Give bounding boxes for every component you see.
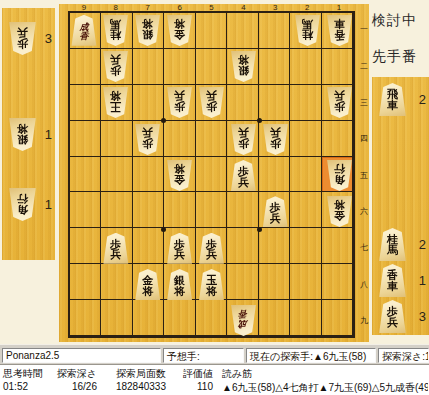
square-6九[interactable] — [164, 300, 195, 336]
status-bar: Ponanza2.5 予想手: 現在の探索手:▲6九玉(58) 探索深さ:16 … — [0, 344, 429, 395]
square-5一[interactable] — [196, 13, 227, 49]
gote-hand-歩兵[interactable]: 歩兵3 — [2, 22, 55, 56]
square-2二[interactable] — [290, 49, 321, 85]
square-2八[interactable] — [290, 264, 321, 300]
rank-label-1: 一 — [358, 24, 370, 35]
square-3九[interactable] — [259, 300, 290, 336]
star-point — [257, 227, 262, 232]
hand-count: 1 — [419, 273, 426, 288]
rank-label-6: 六 — [358, 206, 370, 217]
shogi-board: 987654321一二三四五六七八九成香桂馬銀将金将桂馬香車歩兵銀将王将歩兵歩兵… — [59, 4, 369, 342]
square-9三[interactable] — [70, 85, 101, 121]
header-think-time: 思考時間 — [3, 367, 43, 381]
square-2七[interactable] — [290, 228, 321, 264]
square-8九[interactable] — [101, 300, 132, 336]
square-2六[interactable] — [290, 192, 321, 228]
file-label-6: 6 — [164, 3, 195, 12]
square-3二[interactable] — [259, 49, 290, 85]
file-label-2: 2 — [292, 3, 323, 12]
piece-kanji: 銀将 — [8, 124, 37, 145]
square-5九[interactable] — [196, 300, 227, 336]
file-label-9: 9 — [68, 3, 99, 12]
gote-hand-stand: 歩兵3銀将1角行1 — [2, 8, 55, 260]
piece-kanji: 成香 — [70, 23, 97, 42]
gote-hand-銀将[interactable]: 銀将1 — [2, 118, 55, 152]
sente-hand-桂馬[interactable]: 桂馬2 — [372, 228, 429, 262]
rank-label-4: 四 — [358, 133, 370, 144]
square-8八[interactable] — [101, 264, 132, 300]
square-1八[interactable] — [322, 264, 353, 300]
square-6二[interactable] — [164, 49, 195, 85]
square-5二[interactable] — [196, 49, 227, 85]
square-2九[interactable] — [290, 300, 321, 336]
sente-hand-香車[interactable]: 香車1 — [372, 264, 429, 298]
square-2四[interactable] — [290, 121, 321, 157]
square-3一[interactable] — [259, 13, 290, 49]
hand-count: 3 — [45, 31, 52, 46]
sente-hand-歩兵[interactable]: 歩兵3 — [372, 300, 429, 334]
piece-kanji: 成香 — [230, 309, 257, 328]
rank-label-3: 三 — [358, 97, 370, 108]
piece-kanji: 桂馬 — [378, 234, 407, 255]
file-label-7: 7 — [132, 3, 163, 12]
square-7九[interactable] — [133, 300, 164, 336]
sente-hand-飛車[interactable]: 飛車2 — [372, 83, 429, 117]
piece-kanji: 香車 — [378, 270, 407, 291]
square-8四[interactable] — [101, 121, 132, 157]
piece-gote-銀将-hand[interactable]: 銀将 — [8, 118, 37, 151]
square-9二[interactable] — [70, 49, 101, 85]
piece-kanji: 歩兵 — [378, 306, 407, 327]
file-label-4: 4 — [228, 3, 259, 12]
header-depth: 探索深さ — [55, 367, 97, 381]
square-8五[interactable] — [101, 157, 132, 193]
depth-corner-cell: 探索深さ:16 — [378, 348, 429, 363]
square-3七[interactable] — [259, 228, 290, 264]
engine-name-cell: Ponanza2.5 — [2, 348, 161, 363]
engine-status-text: 検討中 — [372, 12, 428, 30]
piece-kanji: 歩兵 — [8, 28, 37, 49]
square-7二[interactable] — [133, 49, 164, 85]
piece-sente-香車-hand[interactable]: 香車 — [378, 264, 407, 297]
square-7六[interactable] — [133, 192, 164, 228]
square-9六[interactable] — [70, 192, 101, 228]
square-1四[interactable] — [322, 121, 353, 157]
predicted-move-cell: 予想手: — [163, 348, 244, 363]
turn-indicator-text: 先手番 — [372, 48, 428, 66]
square-3八[interactable] — [259, 264, 290, 300]
square-3五[interactable] — [259, 157, 290, 193]
square-1七[interactable] — [322, 228, 353, 264]
piece-kanji: 飛車 — [378, 89, 407, 110]
square-6四[interactable] — [164, 121, 195, 157]
square-6六[interactable] — [164, 192, 195, 228]
square-4三[interactable] — [227, 85, 258, 121]
rank-label-8: 八 — [358, 279, 370, 290]
square-8六[interactable] — [101, 192, 132, 228]
square-3三[interactable] — [259, 85, 290, 121]
piece-sente-飛車-hand[interactable]: 飛車 — [378, 83, 407, 116]
square-5四[interactable] — [196, 121, 227, 157]
hand-count: 2 — [419, 92, 426, 107]
square-4六[interactable] — [227, 192, 258, 228]
star-point — [257, 118, 262, 123]
header-pv: 読み筋 — [222, 367, 252, 381]
file-label-5: 5 — [196, 3, 227, 12]
value-eval: 110 — [176, 381, 213, 392]
square-2五[interactable] — [290, 157, 321, 193]
piece-gote-歩兵-hand[interactable]: 歩兵 — [8, 22, 37, 55]
rank-label-2: 二 — [358, 61, 370, 72]
sente-hand-stand: 飛車2桂馬2香車1歩兵3 — [372, 77, 429, 335]
hand-count: 1 — [45, 197, 52, 212]
rank-label-9: 九 — [358, 315, 370, 326]
square-4七[interactable] — [227, 228, 258, 264]
piece-sente-歩兵-hand[interactable]: 歩兵 — [378, 300, 407, 333]
file-label-8: 8 — [100, 3, 131, 12]
square-7三[interactable] — [133, 85, 164, 121]
star-point — [161, 227, 166, 232]
header-eval: 評価値 — [176, 367, 213, 381]
square-9七[interactable] — [70, 228, 101, 264]
file-label-1: 1 — [324, 3, 355, 12]
current-search-cell: 現在の探索手:▲6九玉(58) — [246, 348, 376, 363]
square-9四[interactable] — [70, 121, 101, 157]
star-point — [161, 118, 166, 123]
square-7五[interactable] — [133, 157, 164, 193]
square-1二[interactable] — [322, 49, 353, 85]
piece-sente-桂馬-hand[interactable]: 桂馬 — [378, 228, 407, 261]
square-2三[interactable] — [290, 85, 321, 121]
search-info-table: 思考時間 探索深さ 探索局面数 評価値 読み筋 01:52 16/26 1828… — [0, 364, 429, 395]
rank-label-7: 七 — [358, 242, 370, 253]
square-5五[interactable] — [196, 157, 227, 193]
value-depth: 16/26 — [55, 381, 97, 392]
square-9五[interactable] — [70, 157, 101, 193]
rank-label-5: 五 — [358, 170, 370, 181]
piece-kanji: 角行 — [8, 194, 37, 215]
square-4八[interactable] — [227, 264, 258, 300]
value-think-time: 01:52 — [3, 381, 28, 392]
shogi-analysis-app: { "game": "shogi", "position": { "sfen":… — [0, 0, 429, 395]
header-nodes: 探索局面数 — [106, 367, 166, 381]
gote-hand-角行[interactable]: 角行1 — [2, 188, 55, 222]
value-nodes: 182840333 — [106, 381, 166, 392]
square-4一[interactable] — [227, 13, 258, 49]
square-9八[interactable] — [70, 264, 101, 300]
square-9九[interactable] — [70, 300, 101, 336]
square-5六[interactable] — [196, 192, 227, 228]
file-label-3: 3 — [260, 3, 291, 12]
piece-gote-角行-hand[interactable]: 角行 — [8, 188, 37, 221]
hand-count: 3 — [419, 309, 426, 324]
hand-count: 2 — [419, 237, 426, 252]
value-pv: ▲6九玉(58)△4七角打▲7九玉(69)△5九成香(49)▲8八 — [222, 381, 428, 395]
square-7七[interactable] — [133, 228, 164, 264]
hand-count: 1 — [45, 127, 52, 142]
square-1九[interactable] — [322, 300, 353, 336]
